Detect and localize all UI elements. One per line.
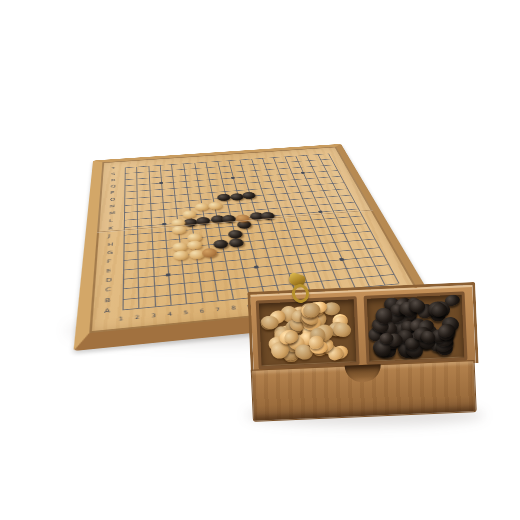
tray-finger-notch[interactable] — [345, 364, 382, 383]
coordinate-number: 3 — [151, 312, 156, 318]
coordinate-letter: S — [111, 173, 115, 176]
star-point — [159, 182, 163, 184]
white-stone[interactable] — [201, 248, 217, 258]
grid-line-vertical — [317, 154, 385, 285]
coordinate-letter: D — [106, 278, 112, 284]
white-stone[interactable] — [186, 240, 202, 250]
black-stone[interactable] — [229, 238, 245, 248]
white-stone[interactable] — [173, 250, 189, 260]
black-stone[interactable] — [241, 192, 256, 200]
coordinate-number: 4 — [167, 311, 172, 317]
coordinate-letter: E — [106, 268, 111, 273]
coordinate-number: 5 — [183, 309, 188, 315]
coordinate-number: 6 — [199, 308, 204, 314]
white-stone[interactable] — [195, 203, 210, 211]
white-stone[interactable] — [182, 210, 197, 219]
coordinate-letter: L — [109, 219, 113, 223]
tray-front-face — [251, 360, 477, 422]
star-point — [301, 172, 305, 174]
tray-compartment-light-stones[interactable] — [256, 296, 360, 369]
black-stone[interactable] — [213, 239, 229, 249]
coordinate-letter: C — [105, 288, 111, 294]
grid-line-vertical — [328, 154, 399, 284]
star-point — [166, 273, 171, 276]
coordinate-letter: A — [104, 308, 110, 314]
coordinate-number: 8 — [231, 305, 237, 311]
coordinate-number: 2 — [135, 314, 140, 320]
coordinate-letter: P — [110, 191, 114, 195]
star-point — [231, 177, 235, 179]
brass-clasp-ring-icon — [290, 282, 311, 304]
coordinate-letter: B — [105, 298, 111, 304]
coordinate-number: 1 — [119, 315, 124, 321]
coordinate-letter: M — [109, 212, 115, 216]
stone-tray[interactable] — [247, 282, 474, 420]
coordinate-letter: Q — [111, 185, 116, 189]
coordinate-letter: T — [112, 167, 116, 170]
coordinate-number: 7 — [215, 306, 220, 312]
tray-top-rim — [247, 282, 478, 373]
coordinate-letter: O — [110, 198, 115, 202]
coordinate-letter: F — [107, 259, 112, 264]
product-photo-stage: T1S2R3Q4P5O6N7M8L9K10J11H12G13F14E15D16C… — [0, 0, 520, 520]
coordinate-letter: H — [108, 242, 114, 247]
white-stone[interactable] — [208, 202, 223, 210]
star-point — [162, 223, 166, 226]
black-stone[interactable] — [217, 194, 232, 202]
star-point — [318, 210, 323, 212]
brass-clasp[interactable] — [283, 272, 313, 302]
coordinate-letter: G — [107, 251, 113, 256]
coordinate-letter: J — [108, 234, 110, 238]
coordinate-letter: N — [110, 205, 115, 209]
star-point — [339, 258, 344, 261]
coordinate-letter: R — [111, 179, 116, 183]
star-point — [254, 265, 259, 268]
tray-compartment-black-stones[interactable] — [364, 291, 468, 364]
